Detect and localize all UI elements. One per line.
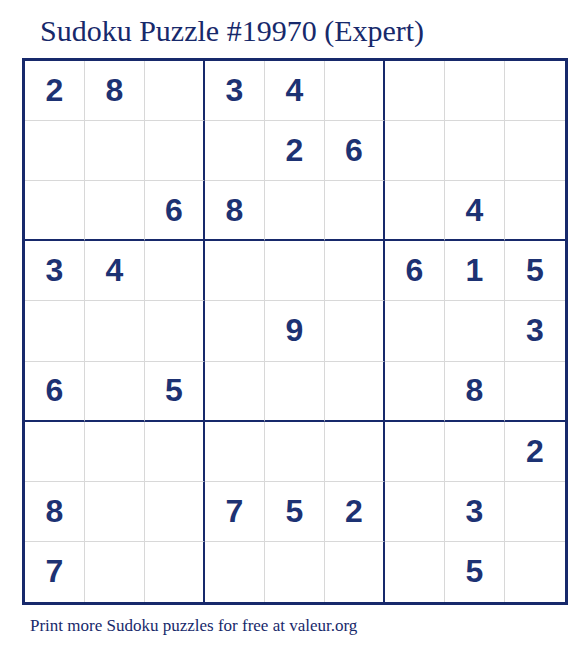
sudoku-cell-r3c6	[325, 181, 385, 241]
sudoku-cell-r9c8: 5	[445, 542, 505, 602]
sudoku-cell-r4c6	[325, 241, 385, 301]
sudoku-cell-r1c8	[445, 61, 505, 121]
sudoku-cell-r1c4: 3	[205, 61, 265, 121]
sudoku-cell-r8c9	[505, 482, 565, 542]
sudoku-cell-r9c1: 7	[25, 542, 85, 602]
page: Sudoku Puzzle #19970 (Expert) 2834266843…	[0, 14, 580, 651]
sudoku-cell-r2c9	[505, 121, 565, 181]
sudoku-cell-r2c1	[25, 121, 85, 181]
sudoku-cell-r5c2	[85, 301, 145, 361]
sudoku-cell-r3c7	[385, 181, 445, 241]
sudoku-cell-r6c3: 5	[145, 362, 205, 422]
sudoku-cell-r1c6	[325, 61, 385, 121]
sudoku-cell-r6c5	[265, 362, 325, 422]
sudoku-cell-r6c8: 8	[445, 362, 505, 422]
sudoku-cell-r7c2	[85, 422, 145, 482]
sudoku-cell-r6c4	[205, 362, 265, 422]
sudoku-cell-r5c1	[25, 301, 85, 361]
sudoku-cell-r8c8: 3	[445, 482, 505, 542]
sudoku-cell-r9c3	[145, 542, 205, 602]
sudoku-cell-r5c8	[445, 301, 505, 361]
sudoku-cell-r6c7	[385, 362, 445, 422]
sudoku-cell-r7c7	[385, 422, 445, 482]
sudoku-board: 283426684346159365828752375	[22, 58, 568, 605]
sudoku-cell-r7c6	[325, 422, 385, 482]
sudoku-cell-r3c8: 4	[445, 181, 505, 241]
sudoku-cell-r4c8: 1	[445, 241, 505, 301]
sudoku-cell-r9c6	[325, 542, 385, 602]
sudoku-cell-r2c2	[85, 121, 145, 181]
page-title: Sudoku Puzzle #19970 (Expert)	[40, 14, 580, 48]
sudoku-cell-r4c4	[205, 241, 265, 301]
sudoku-cell-r7c8	[445, 422, 505, 482]
sudoku-cell-r7c4	[205, 422, 265, 482]
sudoku-cell-r5c7	[385, 301, 445, 361]
sudoku-cell-r3c2	[85, 181, 145, 241]
sudoku-cell-r3c5	[265, 181, 325, 241]
sudoku-cell-r1c5: 4	[265, 61, 325, 121]
sudoku-cell-r5c5: 9	[265, 301, 325, 361]
sudoku-cell-r8c6: 2	[325, 482, 385, 542]
sudoku-cell-r4c9: 5	[505, 241, 565, 301]
sudoku-cell-r3c9	[505, 181, 565, 241]
sudoku-cell-r7c3	[145, 422, 205, 482]
sudoku-cell-r2c7	[385, 121, 445, 181]
sudoku-cell-r8c4: 7	[205, 482, 265, 542]
sudoku-cell-r3c4: 8	[205, 181, 265, 241]
sudoku-cell-r1c2: 8	[85, 61, 145, 121]
sudoku-cell-r1c1: 2	[25, 61, 85, 121]
sudoku-cell-r4c5	[265, 241, 325, 301]
sudoku-cell-r6c2	[85, 362, 145, 422]
sudoku-cell-r5c4	[205, 301, 265, 361]
footer-text: Print more Sudoku puzzles for free at va…	[30, 616, 580, 636]
sudoku-cell-r5c9: 3	[505, 301, 565, 361]
sudoku-cell-r8c1: 8	[25, 482, 85, 542]
sudoku-cell-r7c1	[25, 422, 85, 482]
sudoku-cell-r2c3	[145, 121, 205, 181]
sudoku-cell-r6c6	[325, 362, 385, 422]
sudoku-cell-r6c9	[505, 362, 565, 422]
sudoku-cell-r5c6	[325, 301, 385, 361]
sudoku-cell-r4c3	[145, 241, 205, 301]
sudoku-cell-r6c1: 6	[25, 362, 85, 422]
sudoku-cell-r8c2	[85, 482, 145, 542]
sudoku-cell-r9c9	[505, 542, 565, 602]
sudoku-cell-r1c3	[145, 61, 205, 121]
sudoku-cell-r9c2	[85, 542, 145, 602]
sudoku-cell-r4c1: 3	[25, 241, 85, 301]
sudoku-cell-r8c7	[385, 482, 445, 542]
sudoku-cell-r1c7	[385, 61, 445, 121]
sudoku-cell-r3c1	[25, 181, 85, 241]
sudoku-cell-r4c2: 4	[85, 241, 145, 301]
sudoku-cell-r9c4	[205, 542, 265, 602]
sudoku-cell-r4c7: 6	[385, 241, 445, 301]
sudoku-cell-r7c9: 2	[505, 422, 565, 482]
sudoku-cell-r9c7	[385, 542, 445, 602]
sudoku-cell-r2c5: 2	[265, 121, 325, 181]
sudoku-cell-r2c4	[205, 121, 265, 181]
sudoku-cell-r5c3	[145, 301, 205, 361]
sudoku-cell-r2c6: 6	[325, 121, 385, 181]
sudoku-cell-r9c5	[265, 542, 325, 602]
sudoku-cell-r8c3	[145, 482, 205, 542]
sudoku-cell-r1c9	[505, 61, 565, 121]
sudoku-cell-r3c3: 6	[145, 181, 205, 241]
sudoku-cell-r2c8	[445, 121, 505, 181]
sudoku-cell-r7c5	[265, 422, 325, 482]
sudoku-cell-r8c5: 5	[265, 482, 325, 542]
